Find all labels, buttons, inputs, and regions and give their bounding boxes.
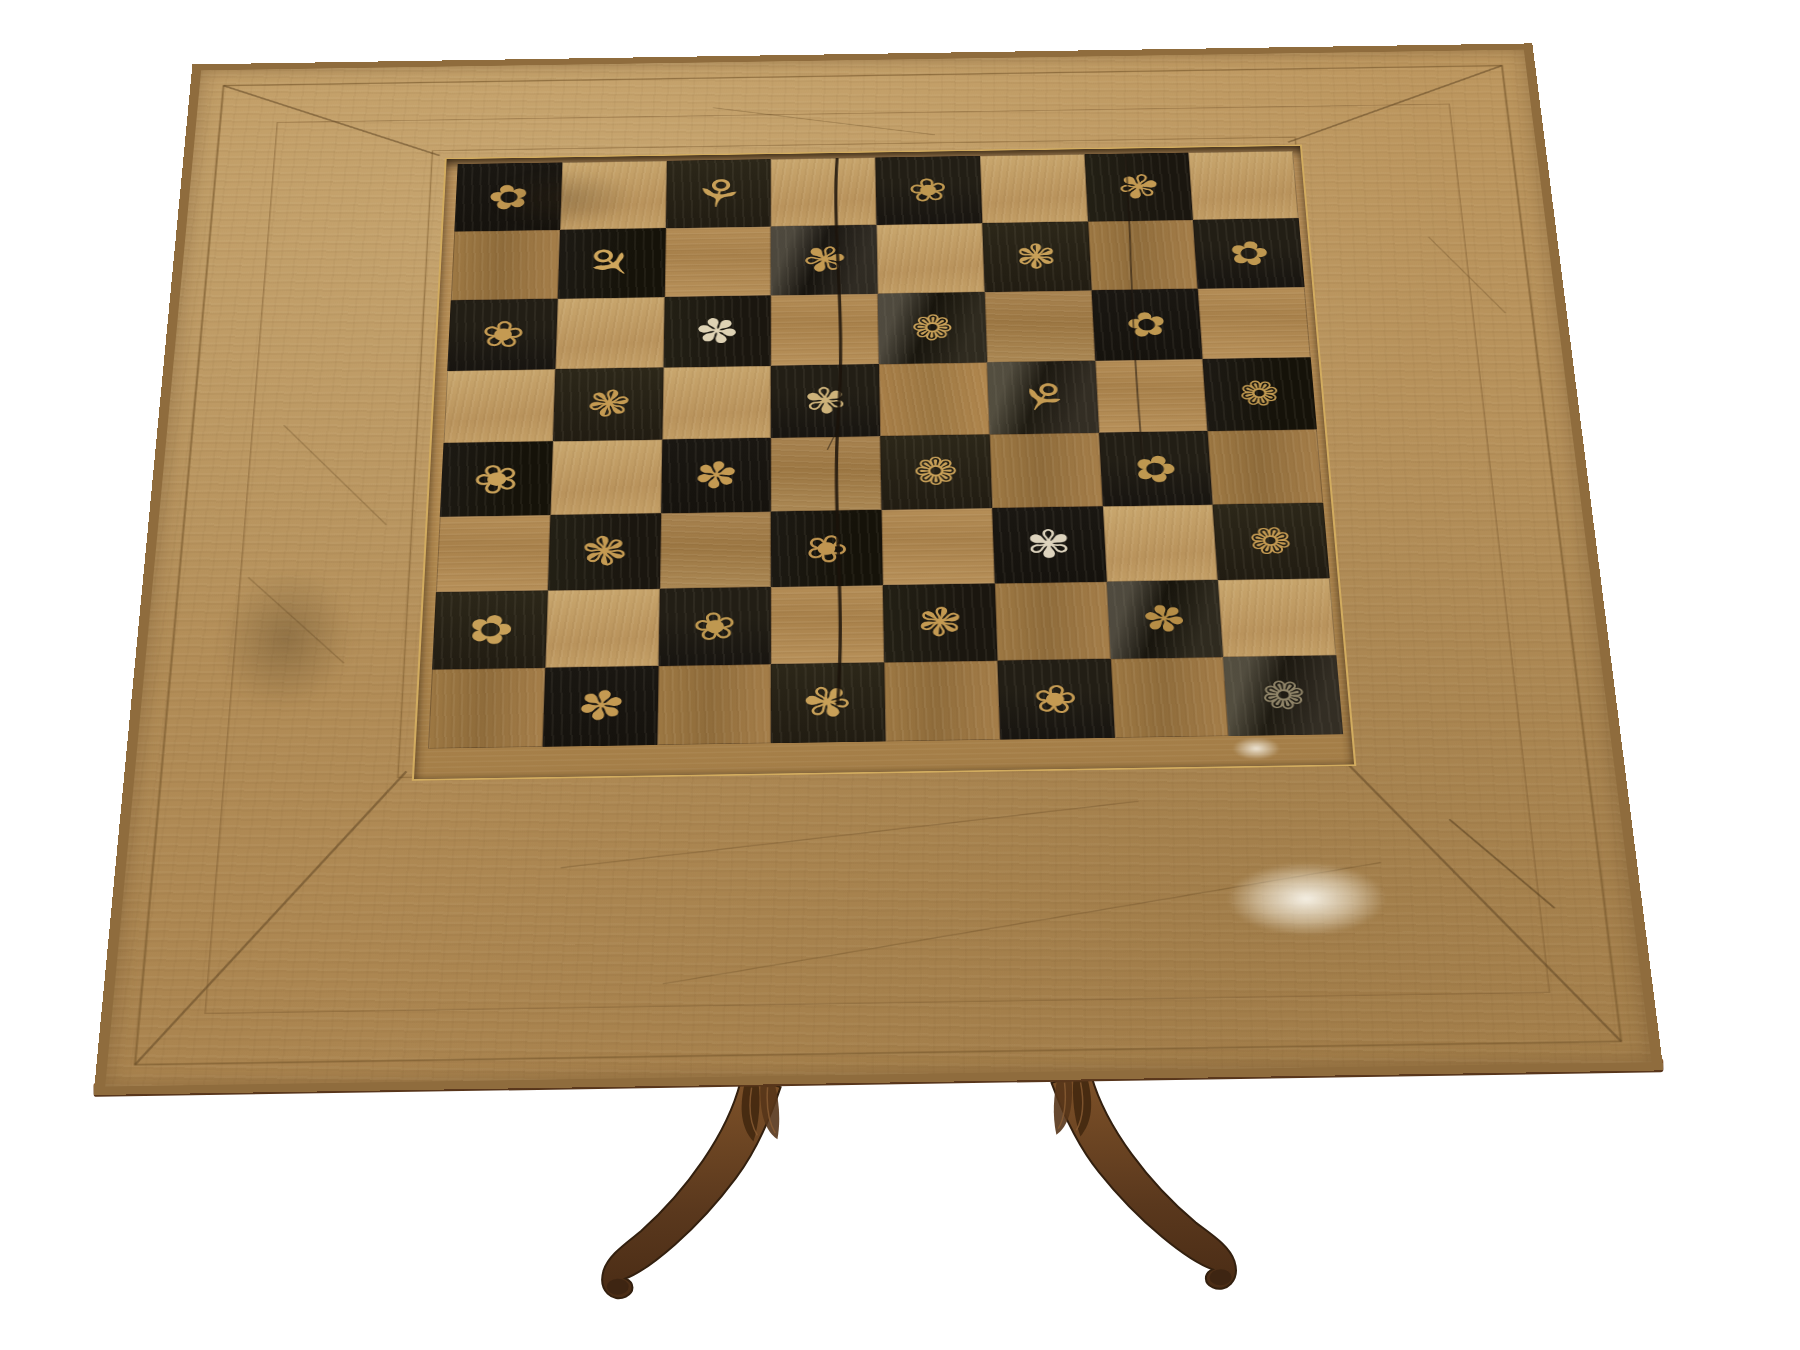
board-square[interactable] xyxy=(545,589,659,668)
board-square[interactable] xyxy=(1189,151,1299,220)
board-square[interactable] xyxy=(659,512,771,589)
board-square[interactable]: ❀ xyxy=(440,441,553,516)
inlay-weathered-leaf-icon: ❁ xyxy=(1251,671,1315,721)
board-square[interactable] xyxy=(428,668,545,749)
inlay-rose-bloom-icon: ❁ xyxy=(1239,518,1303,565)
inlay-thistle-icon: ✽ xyxy=(690,455,742,495)
board-square[interactable] xyxy=(657,664,771,745)
board-square[interactable]: ❀ xyxy=(997,659,1114,740)
inlay-honeysuckle-icon: ✾ xyxy=(801,381,849,420)
inlay-jasmine-icon: ❀ xyxy=(1030,678,1080,720)
inlay-lily-stem-icon: ⚘ xyxy=(688,172,748,215)
board-square[interactable] xyxy=(881,508,994,585)
board-square[interactable] xyxy=(560,161,667,230)
board-square[interactable]: ⚘ xyxy=(665,159,771,228)
board-square[interactable] xyxy=(555,297,664,369)
inlay-jasmine-sprig-icon: ✿ xyxy=(484,178,534,217)
inlay-jasmine-bunch-icon: ❃ xyxy=(1015,239,1058,273)
board-square[interactable] xyxy=(995,582,1111,661)
inlay-white-blossom-icon: ✽ xyxy=(690,310,746,352)
board-square[interactable]: ✾ xyxy=(992,506,1106,583)
board-square[interactable]: ✽ xyxy=(661,438,771,513)
table-photo: ✿⚘❀✾⚘✾❃✿❀✽❁✿❃✾⚘❁❀✽❁✿❃❀✾❁✿❀❃✽✽✾❀❁ xyxy=(0,0,1800,1350)
inlay-curled-lily-icon: ✾ xyxy=(794,238,853,281)
board-square[interactable] xyxy=(1102,505,1218,582)
board-square[interactable]: ❁ xyxy=(1203,357,1317,431)
board-square[interactable]: ⚘ xyxy=(558,228,666,299)
chessboard: ✿⚘❀✾⚘✾❃✿❀✽❁✿❃✾⚘❁❀✽❁✿❃❀✾❁✿❀❃✽✽✾❀❁ xyxy=(428,151,1343,749)
board-square[interactable] xyxy=(662,366,771,440)
board-square[interactable]: ❃ xyxy=(548,513,661,590)
inlay-rose-sprig-icon: ✿ xyxy=(1122,306,1171,343)
board-square[interactable] xyxy=(436,515,550,592)
board-square[interactable]: ❃ xyxy=(883,583,997,662)
board-square[interactable]: ❃ xyxy=(982,222,1091,292)
board-square[interactable] xyxy=(884,661,1000,742)
inlay-white-jasmine-icon: ✾ xyxy=(1025,525,1072,564)
board-square[interactable]: ❁ xyxy=(880,434,992,509)
board-square[interactable]: ❁ xyxy=(878,292,987,364)
board-square[interactable] xyxy=(989,433,1102,508)
board-square[interactable]: ✾ xyxy=(1084,153,1193,222)
board-square[interactable]: ✿ xyxy=(1193,218,1304,288)
inlay-rose-pair-icon: ❀ xyxy=(466,455,528,503)
inlay-peony-icon: ❃ xyxy=(577,529,632,575)
inlay-lily-icon: ✾ xyxy=(795,677,861,729)
board-square[interactable]: ✿ xyxy=(432,590,548,669)
board-square[interactable] xyxy=(1198,287,1311,359)
board-square[interactable]: ✿ xyxy=(1099,431,1213,506)
board-square[interactable] xyxy=(550,440,662,515)
board-square[interactable] xyxy=(451,230,560,301)
board-square[interactable] xyxy=(876,223,984,294)
board-square[interactable] xyxy=(771,158,877,227)
board-square[interactable] xyxy=(771,294,879,366)
board-square[interactable]: ✿ xyxy=(454,162,562,231)
inlay-fuchsia-icon: ✾ xyxy=(1112,167,1164,206)
board-square[interactable]: ✽ xyxy=(663,295,771,367)
inlay-blossom-bunch-icon: ❀ xyxy=(477,316,527,354)
inlay-rosebud-sprig-icon: ✿ xyxy=(460,607,520,653)
board-square[interactable]: ❀ xyxy=(875,156,982,225)
board-square[interactable] xyxy=(1218,578,1336,657)
inlay-flower-spray-icon: ❀ xyxy=(796,525,857,571)
inlay-leaf-spray-icon: ✽ xyxy=(1136,597,1192,641)
inlay-daisy-bunch-icon: ❁ xyxy=(913,453,959,491)
inlay-harebell-icon: ❁ xyxy=(1232,374,1286,415)
inlay-tulip-bud-icon: ⚘ xyxy=(1007,372,1078,423)
board-square[interactable]: ❀ xyxy=(658,587,771,666)
inlay-floral-spray-icon: ❀ xyxy=(690,605,741,648)
board-square[interactable]: ❀ xyxy=(447,299,557,371)
board-square[interactable] xyxy=(444,369,556,443)
board-square[interactable] xyxy=(1095,359,1208,433)
inlay-tulip-icon: ⚘ xyxy=(573,236,651,290)
board-square[interactable]: ✿ xyxy=(1091,289,1203,361)
board-square[interactable] xyxy=(980,154,1088,223)
inlay-wild-rose-icon: ✿ xyxy=(1225,235,1272,272)
photo-stage: ✿⚘❀✾⚘✾❃✿❀✽❁✿❃✾⚘❁❀✽❁✿❃❀✾❁✿❀❃✽✽✾❀❁ xyxy=(0,0,1800,1350)
board-square[interactable]: ✾ xyxy=(771,364,880,438)
board-square[interactable] xyxy=(771,436,881,511)
board-square[interactable]: ✽ xyxy=(542,666,658,747)
board-square[interactable] xyxy=(879,362,989,436)
board-square[interactable]: ✾ xyxy=(771,662,885,743)
board-square[interactable]: ⚘ xyxy=(987,361,1099,435)
inlay-pansy-icon: ❃ xyxy=(914,602,964,644)
scene: ✿⚘❀✾⚘✾❃✿❀✽❁✿❃✾⚘❁❀✽❁✿❃❀✾❁✿❀❃✽✽✾❀❁ xyxy=(136,0,1605,1262)
inlay-carnation-icon: ❃ xyxy=(580,383,637,426)
inlay-berry-sprig-icon: ✽ xyxy=(572,683,630,729)
board-square[interactable]: ❀ xyxy=(771,510,883,587)
board-square[interactable]: ❁ xyxy=(1213,503,1330,580)
inlay-flower-sprig-icon: ❀ xyxy=(906,173,951,208)
board-square[interactable] xyxy=(664,227,771,298)
board-square[interactable] xyxy=(771,585,884,664)
board-square[interactable] xyxy=(1208,429,1324,504)
board-square[interactable] xyxy=(984,290,1094,362)
board-square[interactable]: ✾ xyxy=(771,225,878,296)
chessboard-panel: ✿⚘❀✾⚘✾❃✿❀✽❁✿❃✾⚘❁❀✽❁✿❃❀✾❁✿❀❃✽✽✾❀❁ xyxy=(412,145,1356,781)
inlay-rose-icon: ❁ xyxy=(910,310,955,346)
board-square[interactable]: ❁ xyxy=(1223,655,1343,736)
board-square[interactable]: ✽ xyxy=(1106,580,1223,659)
board-square[interactable] xyxy=(1110,657,1228,738)
board-square[interactable]: ❃ xyxy=(553,368,663,442)
inlay-bellflower-icon: ✿ xyxy=(1128,447,1184,490)
board-square[interactable] xyxy=(1088,220,1198,290)
table-top: ✿⚘❀✾⚘✾❃✿❀✽❁✿❃✾⚘❁❀✽❁✿❃❀✾❁✿❀❃✽✽✾❀❁ xyxy=(94,43,1664,1095)
